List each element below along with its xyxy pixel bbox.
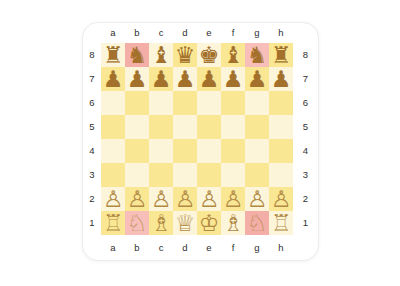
- rank-labels-right: 87654321: [293, 43, 318, 235]
- file-label-e: e: [197, 28, 221, 38]
- piece-black-pawn[interactable]: ♟: [199, 67, 220, 91]
- piece-black-pawn[interactable]: ♟: [175, 67, 196, 91]
- square-a3[interactable]: [101, 163, 125, 187]
- square-g2[interactable]: ♙: [245, 187, 269, 211]
- square-g1[interactable]: ♘: [245, 211, 269, 235]
- square-a2[interactable]: ♙: [101, 187, 125, 211]
- square-b4[interactable]: [125, 139, 149, 163]
- square-b3[interactable]: [125, 163, 149, 187]
- square-d3[interactable]: [173, 163, 197, 187]
- square-a5[interactable]: [101, 115, 125, 139]
- piece-black-pawn[interactable]: ♟: [127, 67, 148, 91]
- square-h7[interactable]: ♟: [269, 67, 293, 91]
- square-c2[interactable]: ♙: [149, 187, 173, 211]
- square-h1[interactable]: ♖: [269, 211, 293, 235]
- file-label-f: f: [221, 28, 245, 38]
- piece-white-bishop[interactable]: ♗: [223, 211, 244, 235]
- piece-black-king[interactable]: ♚: [199, 43, 220, 67]
- file-labels-top: abcdefgh: [101, 23, 293, 43]
- file-label-a: a: [101, 243, 125, 253]
- square-e2[interactable]: ♙: [197, 187, 221, 211]
- rank-label-8: 8: [293, 50, 318, 60]
- rank-label-3: 3: [293, 170, 318, 180]
- square-e5[interactable]: [197, 115, 221, 139]
- square-e6[interactable]: [197, 91, 221, 115]
- piece-white-pawn[interactable]: ♙: [199, 187, 220, 211]
- square-e1[interactable]: ♔: [197, 211, 221, 235]
- square-f6[interactable]: [221, 91, 245, 115]
- piece-black-queen[interactable]: ♛: [175, 43, 196, 67]
- file-label-b: b: [125, 28, 149, 38]
- chess-board: ♜♞♝♛♚♝♞♜♟♟♟♟♟♟♟♟♙♙♙♙♙♙♙♙♖♘♗♕♔♗♘♖: [101, 43, 293, 235]
- square-g6[interactable]: [245, 91, 269, 115]
- piece-black-pawn[interactable]: ♟: [223, 67, 244, 91]
- file-label-d: d: [173, 243, 197, 253]
- rank-label-1: 1: [293, 218, 318, 228]
- piece-white-pawn[interactable]: ♙: [127, 187, 148, 211]
- piece-black-pawn[interactable]: ♟: [103, 67, 124, 91]
- square-c6[interactable]: [149, 91, 173, 115]
- square-g3[interactable]: [245, 163, 269, 187]
- piece-white-rook[interactable]: ♖: [271, 211, 292, 235]
- file-label-c: c: [149, 243, 173, 253]
- piece-black-knight[interactable]: ♞: [247, 43, 268, 67]
- square-e8[interactable]: ♚: [197, 43, 221, 67]
- square-b1[interactable]: ♘: [125, 211, 149, 235]
- square-d6[interactable]: [173, 91, 197, 115]
- file-label-h: h: [269, 243, 293, 253]
- square-f4[interactable]: [221, 139, 245, 163]
- piece-white-bishop[interactable]: ♗: [151, 211, 172, 235]
- square-c4[interactable]: [149, 139, 173, 163]
- piece-white-pawn[interactable]: ♙: [151, 187, 172, 211]
- piece-black-bishop[interactable]: ♝: [151, 43, 172, 67]
- square-h8[interactable]: ♜: [269, 43, 293, 67]
- rank-label-4: 4: [83, 146, 101, 156]
- rank-label-8: 8: [83, 50, 101, 60]
- rank-label-7: 7: [293, 74, 318, 84]
- file-label-g: g: [245, 28, 269, 38]
- rank-label-6: 6: [83, 98, 101, 108]
- square-a7[interactable]: ♟: [101, 67, 125, 91]
- rank-label-7: 7: [83, 74, 101, 84]
- square-a8[interactable]: ♜: [101, 43, 125, 67]
- square-d2[interactable]: ♙: [173, 187, 197, 211]
- square-d7[interactable]: ♟: [173, 67, 197, 91]
- piece-black-rook[interactable]: ♜: [271, 43, 292, 67]
- file-label-a: a: [101, 28, 125, 38]
- file-label-h: h: [269, 28, 293, 38]
- file-label-c: c: [149, 28, 173, 38]
- piece-white-pawn[interactable]: ♙: [103, 187, 124, 211]
- square-g5[interactable]: [245, 115, 269, 139]
- square-a6[interactable]: [101, 91, 125, 115]
- rank-labels-left: 87654321: [83, 43, 101, 235]
- square-f8[interactable]: ♝: [221, 43, 245, 67]
- square-a4[interactable]: [101, 139, 125, 163]
- piece-white-pawn[interactable]: ♙: [223, 187, 244, 211]
- rank-label-5: 5: [293, 122, 318, 132]
- square-d4[interactable]: [173, 139, 197, 163]
- file-label-b: b: [125, 243, 149, 253]
- piece-white-knight[interactable]: ♘: [127, 211, 148, 235]
- file-labels-bottom: abcdefgh: [101, 235, 293, 260]
- square-f5[interactable]: [221, 115, 245, 139]
- rank-label-2: 2: [83, 194, 101, 204]
- piece-black-pawn[interactable]: ♟: [151, 67, 172, 91]
- piece-white-pawn[interactable]: ♙: [247, 187, 268, 211]
- square-h6[interactable]: [269, 91, 293, 115]
- rank-label-4: 4: [293, 146, 318, 156]
- square-f1[interactable]: ♗: [221, 211, 245, 235]
- piece-black-bishop[interactable]: ♝: [223, 43, 244, 67]
- square-g8[interactable]: ♞: [245, 43, 269, 67]
- chess-board-card: abcdefgh 87654321 ♜♞♝♛♚♝♞♜♟♟♟♟♟♟♟♟♙♙♙♙♙♙…: [82, 22, 319, 261]
- square-a1[interactable]: ♖: [101, 211, 125, 235]
- square-e7[interactable]: ♟: [197, 67, 221, 91]
- square-d8[interactable]: ♛: [173, 43, 197, 67]
- piece-white-knight[interactable]: ♘: [247, 211, 268, 235]
- square-f3[interactable]: [221, 163, 245, 187]
- piece-white-rook[interactable]: ♖: [103, 211, 124, 235]
- square-e4[interactable]: [197, 139, 221, 163]
- piece-black-rook[interactable]: ♜: [103, 43, 124, 67]
- rank-label-5: 5: [83, 122, 101, 132]
- square-g7[interactable]: ♟: [245, 67, 269, 91]
- file-label-e: e: [197, 243, 221, 253]
- square-h5[interactable]: [269, 115, 293, 139]
- square-c8[interactable]: ♝: [149, 43, 173, 67]
- file-label-g: g: [245, 243, 269, 253]
- piece-black-pawn[interactable]: ♟: [247, 67, 268, 91]
- file-label-f: f: [221, 243, 245, 253]
- square-f2[interactable]: ♙: [221, 187, 245, 211]
- square-h2[interactable]: ♙: [269, 187, 293, 211]
- square-c3[interactable]: [149, 163, 173, 187]
- square-g4[interactable]: [245, 139, 269, 163]
- square-d5[interactable]: [173, 115, 197, 139]
- rank-label-3: 3: [83, 170, 101, 180]
- piece-white-pawn[interactable]: ♙: [271, 187, 292, 211]
- square-b2[interactable]: ♙: [125, 187, 149, 211]
- square-b6[interactable]: [125, 91, 149, 115]
- file-label-d: d: [173, 28, 197, 38]
- square-b5[interactable]: [125, 115, 149, 139]
- square-e3[interactable]: [197, 163, 221, 187]
- square-f7[interactable]: ♟: [221, 67, 245, 91]
- square-c5[interactable]: [149, 115, 173, 139]
- square-b7[interactable]: ♟: [125, 67, 149, 91]
- rank-label-2: 2: [293, 194, 318, 204]
- piece-white-pawn[interactable]: ♙: [175, 187, 196, 211]
- piece-white-queen[interactable]: ♕: [175, 211, 196, 235]
- square-c7[interactable]: ♟: [149, 67, 173, 91]
- piece-black-knight[interactable]: ♞: [127, 43, 148, 67]
- square-h3[interactable]: [269, 163, 293, 187]
- square-b8[interactable]: ♞: [125, 43, 149, 67]
- square-c1[interactable]: ♗: [149, 211, 173, 235]
- square-d1[interactable]: ♕: [173, 211, 197, 235]
- square-h4[interactable]: [269, 139, 293, 163]
- piece-white-king[interactable]: ♔: [199, 211, 220, 235]
- rank-label-6: 6: [293, 98, 318, 108]
- piece-black-pawn[interactable]: ♟: [271, 67, 292, 91]
- rank-label-1: 1: [83, 218, 101, 228]
